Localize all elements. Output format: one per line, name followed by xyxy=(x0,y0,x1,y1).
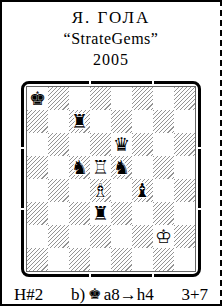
square-d7 xyxy=(90,110,111,133)
square-f6 xyxy=(132,133,153,156)
square-h4 xyxy=(174,179,195,202)
black-knight-e5: ♞ xyxy=(111,156,132,179)
square-d4: ♝♗ xyxy=(90,179,111,202)
square-b3 xyxy=(48,202,69,225)
square-e7 xyxy=(111,110,132,133)
board-area: ♚♚♜♜♛♛♞♞♜♖♞♞♝♗♝♝♜♜♚♔ xyxy=(2,81,220,277)
black-king-icon: ♚ xyxy=(88,287,101,302)
square-a6 xyxy=(27,133,48,156)
square-d5: ♜♖ xyxy=(90,156,111,179)
square-a7 xyxy=(27,110,48,133)
caption: H#2 b) ♚ a8→h4 3+7 xyxy=(2,284,220,306)
square-f7 xyxy=(132,110,153,133)
frame-seam xyxy=(198,208,201,210)
square-g6 xyxy=(153,133,174,156)
square-g7 xyxy=(153,110,174,133)
square-a3 xyxy=(27,202,48,225)
frame-seam xyxy=(89,81,91,84)
twin-label: b) xyxy=(71,284,85,306)
board-frame: ♚♚♜♜♛♛♞♞♜♖♞♞♝♗♝♝♜♜♚♔ xyxy=(21,81,201,277)
square-e1 xyxy=(111,248,132,271)
square-e2 xyxy=(111,225,132,248)
square-h3 xyxy=(174,202,195,225)
frame-seam xyxy=(89,274,91,277)
square-c4 xyxy=(69,179,90,202)
square-d3: ♜♜ xyxy=(90,202,111,225)
square-f2 xyxy=(132,225,153,248)
square-c2 xyxy=(69,225,90,248)
black-rook-d3: ♜ xyxy=(90,202,111,225)
square-d2 xyxy=(90,225,111,248)
square-b1 xyxy=(48,248,69,271)
black-bishop-f4: ♝ xyxy=(132,179,153,202)
square-g3 xyxy=(153,202,174,225)
stipulation: H#2 xyxy=(14,284,43,306)
square-d6 xyxy=(90,133,111,156)
square-g5 xyxy=(153,156,174,179)
square-a1 xyxy=(27,248,48,271)
problem-card: Я. ГОЛА “StrateGems” 2005 ♚♚♜♜♛♛♞♞♜♖♞♞♝♗… xyxy=(0,0,222,306)
square-f3 xyxy=(132,202,153,225)
square-b2 xyxy=(48,225,69,248)
material-count: 3+7 xyxy=(181,284,208,306)
square-c8 xyxy=(69,87,90,110)
square-f5 xyxy=(132,156,153,179)
square-b7 xyxy=(48,110,69,133)
square-e6: ♛♛ xyxy=(111,133,132,156)
square-h6 xyxy=(174,133,195,156)
square-h7 xyxy=(174,110,195,133)
square-d8 xyxy=(90,87,111,110)
square-e3 xyxy=(111,202,132,225)
chess-board: ♚♚♜♜♛♛♞♞♜♖♞♞♝♗♝♝♜♜♚♔ xyxy=(27,87,195,271)
board-inner-border: ♚♚♜♜♛♛♞♞♜♖♞♞♝♗♝♝♜♜♚♔ xyxy=(26,86,196,272)
white-rook-d5: ♖ xyxy=(90,156,111,179)
square-e8 xyxy=(111,87,132,110)
frame-seam xyxy=(21,208,24,210)
square-c3 xyxy=(69,202,90,225)
square-c6 xyxy=(69,133,90,156)
square-d1 xyxy=(90,248,111,271)
twin-move: a8→h4 xyxy=(104,284,154,306)
square-b5 xyxy=(48,156,69,179)
square-f1 xyxy=(132,248,153,271)
square-h8 xyxy=(174,87,195,110)
square-c7: ♜♜ xyxy=(69,110,90,133)
black-knight-c5: ♞ xyxy=(69,156,90,179)
twin-condition: b) ♚ a8→h4 xyxy=(71,284,154,306)
white-bishop-d4: ♗ xyxy=(90,179,111,202)
square-h2 xyxy=(174,225,195,248)
square-c1 xyxy=(69,248,90,271)
square-a2 xyxy=(27,225,48,248)
square-e4 xyxy=(111,179,132,202)
square-e5: ♞♞ xyxy=(111,156,132,179)
header: Я. ГОЛА “StrateGems” 2005 xyxy=(2,2,220,70)
black-rook-c7: ♜ xyxy=(69,110,90,133)
source-title: “StrateGems” xyxy=(2,29,220,49)
frame-seam xyxy=(152,81,154,84)
publication-year: 2005 xyxy=(2,50,220,70)
black-king-a8: ♚ xyxy=(27,87,48,110)
square-g2: ♚♔ xyxy=(153,225,174,248)
square-f4: ♝♝ xyxy=(132,179,153,202)
frame-seam xyxy=(198,147,201,149)
square-f8 xyxy=(132,87,153,110)
square-g1 xyxy=(153,248,174,271)
square-b6 xyxy=(48,133,69,156)
white-king-g2: ♔ xyxy=(153,225,174,248)
square-a8: ♚♚ xyxy=(27,87,48,110)
black-queen-e6: ♛ xyxy=(111,133,132,156)
square-b8 xyxy=(48,87,69,110)
square-a4 xyxy=(27,179,48,202)
square-c5: ♞♞ xyxy=(69,156,90,179)
author-name: Я. ГОЛА xyxy=(2,8,220,28)
frame-seam xyxy=(21,147,24,149)
square-h1 xyxy=(174,248,195,271)
square-b4 xyxy=(48,179,69,202)
square-a5 xyxy=(27,156,48,179)
square-g8 xyxy=(153,87,174,110)
square-g4 xyxy=(153,179,174,202)
square-h5 xyxy=(174,156,195,179)
frame-seam xyxy=(152,274,154,277)
